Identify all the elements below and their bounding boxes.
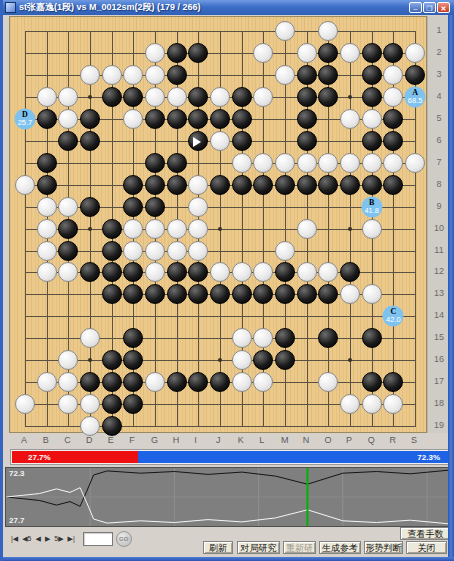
white-stone <box>383 153 403 173</box>
button-生成参考图[interactable]: 生成参考图 <box>319 541 361 554</box>
black-stone <box>275 262 295 282</box>
grid-line <box>25 316 416 317</box>
white-stone <box>80 328 100 348</box>
white-stone <box>123 65 143 85</box>
nav-back-1-button[interactable]: ◀ <box>35 535 40 543</box>
black-stone <box>362 328 382 348</box>
black-stone <box>102 350 122 370</box>
black-stone <box>167 65 187 85</box>
white-stone <box>123 241 143 261</box>
window-title: st张嘉逸(1段) vs M_0012sm(2段) (179 / 266) <box>19 1 201 14</box>
row-number-label: 18 <box>428 398 450 408</box>
white-stone <box>253 43 273 63</box>
white-stone <box>188 219 208 239</box>
black-stone <box>362 131 382 151</box>
white-stone <box>145 372 165 392</box>
black-stone <box>145 153 165 173</box>
black-stone <box>232 87 252 107</box>
black-stone <box>167 262 187 282</box>
white-stone <box>58 262 78 282</box>
black-stone <box>253 284 273 304</box>
row-number-label: 4 <box>428 91 450 101</box>
white-stone <box>275 153 295 173</box>
white-stone <box>383 87 403 107</box>
black-winrate-label: 27.7% <box>28 453 51 462</box>
white-stone <box>362 394 382 414</box>
star-point <box>88 95 92 99</box>
candidate-move-D[interactable]: D25.7 <box>15 108 36 129</box>
white-stone <box>362 109 382 129</box>
white-stone <box>80 394 100 414</box>
black-stone <box>297 87 317 107</box>
column-letter-label: P <box>346 435 352 445</box>
black-stone <box>362 43 382 63</box>
nav-forward-5-button[interactable]: 5▶ <box>54 535 63 543</box>
black-stone <box>123 197 143 217</box>
candidate-move-B[interactable]: B41.8 <box>361 196 382 217</box>
row-number-label: 16 <box>428 354 450 364</box>
white-stone <box>102 65 122 85</box>
white-stone <box>383 65 403 85</box>
white-stone <box>232 153 252 173</box>
white-stone <box>297 219 317 239</box>
black-stone <box>362 175 382 195</box>
black-stone <box>232 109 252 129</box>
star-point <box>88 358 92 362</box>
white-stone <box>58 394 78 414</box>
white-stone <box>58 372 78 392</box>
star-point <box>88 227 92 231</box>
black-stone <box>362 87 382 107</box>
white-stone <box>167 87 187 107</box>
white-stone <box>275 241 295 261</box>
black-stone <box>80 197 100 217</box>
row-number-label: 8 <box>428 179 450 189</box>
black-stone <box>58 131 78 151</box>
white-stone <box>362 284 382 304</box>
button-查看手数[interactable]: 查看手数 <box>400 527 451 540</box>
row-number-label: 9 <box>428 201 450 211</box>
black-stone <box>318 175 338 195</box>
black-stone <box>297 175 317 195</box>
column-letter-label: N <box>303 435 310 445</box>
candidate-move-A[interactable]: A68.5 <box>405 86 426 107</box>
app-icon <box>5 2 16 13</box>
white-stone <box>210 262 230 282</box>
black-stone <box>167 153 187 173</box>
white-stone <box>362 153 382 173</box>
nav-forward-1-button[interactable]: ▶ <box>45 535 50 543</box>
white-stone <box>253 153 273 173</box>
white-stone <box>340 394 360 414</box>
black-stone <box>102 394 122 414</box>
star-point <box>348 358 352 362</box>
grid-line <box>25 251 416 252</box>
black-stone <box>145 109 165 129</box>
white-stone <box>210 131 230 151</box>
black-stone <box>167 43 187 63</box>
white-stone <box>232 328 252 348</box>
column-letter-label: I <box>194 435 197 445</box>
black-stone <box>123 284 143 304</box>
white-stone <box>210 87 230 107</box>
winrate-bar-black: 27.7% <box>12 451 138 463</box>
black-stone <box>362 372 382 392</box>
white-stone <box>340 284 360 304</box>
row-number-label: 17 <box>428 376 450 386</box>
black-stone <box>188 87 208 107</box>
black-stone <box>80 262 100 282</box>
black-stone <box>232 175 252 195</box>
white-stone <box>37 197 57 217</box>
black-stone <box>167 175 187 195</box>
black-stone <box>80 372 100 392</box>
black-stone <box>383 131 403 151</box>
white-stone <box>123 109 143 129</box>
row-number-label: 12 <box>428 266 450 276</box>
row-number-label: 11 <box>428 245 450 255</box>
row-number-label: 13 <box>428 288 450 298</box>
white-stone <box>37 262 57 282</box>
row-number-label: 15 <box>428 332 450 342</box>
row-number-label: 1 <box>428 25 450 35</box>
window-right-border <box>448 0 454 561</box>
black-stone <box>37 153 57 173</box>
button-刷新[interactable]: 刷新 <box>203 541 233 554</box>
white-stone <box>37 87 57 107</box>
white-stone <box>275 21 295 41</box>
row-number-label: 7 <box>428 157 450 167</box>
button-重新研讨[interactable]: 重新研讨 <box>283 541 316 554</box>
white-stone <box>58 350 78 370</box>
column-letter-label: E <box>108 435 114 445</box>
black-stone <box>210 284 230 304</box>
row-number-label: 3 <box>428 69 450 79</box>
black-stone <box>383 175 403 195</box>
black-stone <box>318 284 338 304</box>
white-stone <box>37 372 57 392</box>
black-stone <box>102 262 122 282</box>
white-stone <box>145 262 165 282</box>
go-board[interactable]: A68.5B41.8C42.0D25.7 <box>9 16 427 433</box>
white-stone <box>253 372 273 392</box>
black-stone <box>123 175 143 195</box>
column-letter-label: Q <box>368 435 375 445</box>
black-stone <box>383 109 403 129</box>
black-stone <box>253 350 273 370</box>
black-stone <box>188 131 208 151</box>
black-stone <box>253 175 273 195</box>
black-stone <box>102 219 122 239</box>
column-letter-label: B <box>43 435 49 445</box>
candidate-winrate: 25.7 <box>15 118 36 126</box>
black-stone <box>275 175 295 195</box>
black-stone <box>210 175 230 195</box>
black-stone <box>362 65 382 85</box>
black-stone <box>210 372 230 392</box>
black-stone <box>297 109 317 129</box>
white-stone <box>58 109 78 129</box>
white-stone <box>318 153 338 173</box>
black-stone <box>102 372 122 392</box>
black-stone <box>58 219 78 239</box>
black-stone <box>188 109 208 129</box>
star-point <box>348 95 352 99</box>
black-stone <box>340 262 360 282</box>
black-stone <box>123 262 143 282</box>
row-number-label: 19 <box>428 420 450 430</box>
graph-top-label: 72.3 <box>9 469 25 478</box>
app-window: st张嘉逸(1段) vs M_0012sm(2段) (179 / 266) – … <box>0 0 454 561</box>
row-number-label: 10 <box>428 223 450 233</box>
black-stone <box>405 65 425 85</box>
white-stone <box>188 175 208 195</box>
white-stone <box>58 197 78 217</box>
column-letter-row: ABCDEFGHIJKLMNOPQRS <box>9 433 427 449</box>
black-stone <box>188 372 208 392</box>
black-stone <box>275 350 295 370</box>
white-stone <box>253 87 273 107</box>
black-stone <box>297 65 317 85</box>
graph-bottom-label: 27.7 <box>9 516 25 525</box>
white-stone <box>232 372 252 392</box>
white-stone <box>232 262 252 282</box>
candidate-winrate: 42.0 <box>383 316 404 324</box>
black-stone <box>188 43 208 63</box>
column-letter-label: F <box>129 435 135 445</box>
black-stone <box>58 241 78 261</box>
go-button[interactable]: GO <box>116 531 132 547</box>
black-stone <box>37 109 57 129</box>
minimize-button[interactable]: – <box>409 2 422 13</box>
white-stone <box>275 65 295 85</box>
black-stone <box>318 328 338 348</box>
winrate-graph-plot[interactable] <box>6 468 454 526</box>
button-关闭[interactable]: 关闭 <box>406 541 447 554</box>
white-stone <box>253 262 273 282</box>
black-stone <box>123 87 143 107</box>
black-stone <box>188 284 208 304</box>
black-stone <box>102 87 122 107</box>
black-stone <box>123 372 143 392</box>
column-letter-label: A <box>21 435 27 445</box>
black-stone <box>167 372 187 392</box>
column-letter-label: S <box>411 435 417 445</box>
white-stone <box>123 219 143 239</box>
black-stone <box>318 87 338 107</box>
white-stone <box>340 109 360 129</box>
black-stone <box>145 175 165 195</box>
white-stone <box>15 175 35 195</box>
column-letter-label: D <box>86 435 93 445</box>
black-stone <box>340 175 360 195</box>
nav-back-5-button[interactable]: ◀5 <box>22 535 31 543</box>
candidate-winrate: 68.5 <box>405 96 426 104</box>
white-stone <box>37 219 57 239</box>
black-stone <box>232 131 252 151</box>
winrate-bar: 27.7% 72.3% <box>11 450 449 464</box>
white-stone <box>145 43 165 63</box>
white-stone <box>188 197 208 217</box>
black-stone <box>37 175 57 195</box>
column-letter-label: L <box>259 435 264 445</box>
window-bottom-border <box>3 557 454 561</box>
black-stone <box>123 394 143 414</box>
title-bar[interactable]: st张嘉逸(1段) vs M_0012sm(2段) (179 / 266) – … <box>3 0 454 15</box>
column-letter-label: G <box>151 435 158 445</box>
white-stone <box>297 43 317 63</box>
black-stone <box>383 372 403 392</box>
black-stone <box>318 43 338 63</box>
white-stone <box>58 87 78 107</box>
restore-button[interactable]: ❐ <box>423 2 436 13</box>
winrate-graph[interactable]: 72.3 27.7 <box>5 467 454 527</box>
white-winrate-label: 72.3% <box>417 453 440 462</box>
star-point <box>348 227 352 231</box>
black-stone <box>145 197 165 217</box>
black-stone <box>102 241 122 261</box>
row-number-label: 14 <box>428 310 450 320</box>
column-letter-label: K <box>238 435 244 445</box>
close-button[interactable]: ✕ <box>437 2 450 13</box>
white-stone <box>362 219 382 239</box>
black-stone <box>188 262 208 282</box>
black-stone <box>80 131 100 151</box>
black-stone <box>297 284 317 304</box>
candidate-move-C[interactable]: C42.0 <box>383 306 404 327</box>
column-letter-label: C <box>64 435 71 445</box>
star-point <box>218 358 222 362</box>
white-stone <box>15 394 35 414</box>
button-对局研究[interactable]: 对局研究 <box>237 541 280 554</box>
star-point <box>218 227 222 231</box>
white-stone <box>340 43 360 63</box>
black-stone <box>123 350 143 370</box>
black-stone <box>80 109 100 129</box>
white-stone <box>383 394 403 414</box>
nav-first-button[interactable]: |◀ <box>11 535 18 543</box>
black-stone <box>167 109 187 129</box>
white-stone <box>145 241 165 261</box>
row-number-label: 5 <box>428 113 450 123</box>
white-stone <box>188 241 208 261</box>
white-stone <box>37 241 57 261</box>
column-letter-label: O <box>324 435 331 445</box>
white-stone <box>318 21 338 41</box>
white-stone <box>318 372 338 392</box>
white-stone <box>318 262 338 282</box>
white-stone <box>405 153 425 173</box>
candidate-winrate: 41.8 <box>361 206 382 214</box>
white-stone <box>340 153 360 173</box>
black-stone <box>318 65 338 85</box>
black-stone <box>123 328 143 348</box>
white-stone <box>80 65 100 85</box>
white-stone <box>145 219 165 239</box>
white-stone <box>167 219 187 239</box>
white-stone <box>297 262 317 282</box>
last-move-triangle-marker <box>193 137 201 147</box>
row-number-label: 6 <box>428 135 450 145</box>
white-stone <box>297 153 317 173</box>
black-stone <box>145 284 165 304</box>
white-stone <box>232 350 252 370</box>
column-letter-label: R <box>389 435 396 445</box>
black-stone <box>297 131 317 151</box>
row-number-label: 2 <box>428 47 450 57</box>
column-letter-label: H <box>173 435 180 445</box>
column-letter-label: J <box>216 435 221 445</box>
white-stone <box>167 241 187 261</box>
white-stone <box>253 328 273 348</box>
nav-last-button[interactable]: ▶| <box>68 535 75 543</box>
black-stone <box>210 109 230 129</box>
black-stone <box>275 328 295 348</box>
white-stone <box>405 43 425 63</box>
move-number-input[interactable] <box>83 532 113 546</box>
button-形势判断[interactable]: 形势判断 <box>364 541 403 554</box>
white-stone <box>145 65 165 85</box>
black-stone <box>102 284 122 304</box>
black-stone <box>167 284 187 304</box>
column-letter-label: M <box>281 435 289 445</box>
winrate-bar-white: 72.3% <box>138 451 448 463</box>
black-stone <box>383 43 403 63</box>
black-stone <box>275 284 295 304</box>
black-stone <box>232 284 252 304</box>
white-stone <box>145 87 165 107</box>
